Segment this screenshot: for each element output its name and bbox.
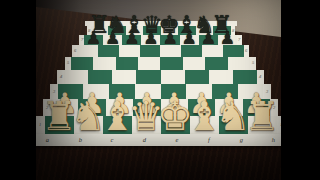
square-a6 (77, 45, 98, 57)
chess-photo-thumbnail: 8♜♞♝♛♚♝♞♜87♟♟♟♟♟♟♟♟7665544332♟♟♟♟♟♟♟♟21♜… (0, 0, 320, 180)
board-rank-row-6: 66 (72, 45, 249, 57)
rank-label-6-left: 6 (74, 49, 76, 54)
square-c2: ♟ (106, 99, 133, 116)
board-rank-row-2: 2♟♟♟♟♟♟♟♟2 (43, 99, 278, 116)
square-b3 (83, 84, 109, 99)
rank-label-1-left: 1 (39, 123, 41, 128)
rank-label-right-pad: 4 (257, 70, 264, 84)
square-f2: ♟ (188, 99, 215, 116)
board-rank-row-1: 1♜♞♝♛♚♝♞♜1 (36, 116, 281, 134)
file-label-cell-c: c (96, 133, 128, 146)
rank-label-3-left: 3 (53, 89, 55, 94)
file-label-cell-b: b (64, 133, 96, 146)
square-d1: ♛ (132, 116, 161, 134)
square-b1: ♞ (74, 116, 103, 134)
letterbox-bar-left (0, 0, 36, 180)
square-c8: ♝ (126, 26, 144, 35)
file-label-f: f (208, 137, 210, 144)
square-h2: ♟ (243, 99, 270, 116)
square-a8: ♜ (91, 26, 109, 35)
square-e8: ♚ (161, 26, 179, 35)
square-a3 (58, 84, 84, 99)
square-a5 (71, 57, 93, 70)
rank-label-right-pad: 5 (250, 57, 256, 70)
square-h6 (223, 45, 244, 57)
square-f6 (181, 45, 202, 57)
file-label-cell-a: a (36, 133, 64, 146)
square-f8: ♝ (178, 26, 196, 35)
file-label-g: g (240, 137, 243, 144)
square-c3 (109, 84, 135, 99)
square-g5 (205, 57, 227, 70)
square-g2: ♟ (215, 99, 242, 116)
square-a2: ♟ (51, 99, 78, 116)
square-e6 (160, 45, 181, 57)
board-rank-row-8: 8♜♞♝♛♚♝♞♜8 (87, 26, 235, 35)
square-c5 (116, 57, 138, 70)
rank-label-8-right: 8 (231, 28, 233, 33)
board-rank-row-5: 55 (65, 57, 257, 70)
letterbox-bar-right (281, 0, 320, 180)
square-g7: ♟ (199, 35, 218, 45)
file-label-cell-d: d (128, 133, 160, 146)
square-b6 (98, 45, 119, 57)
square-a4 (64, 70, 88, 84)
square-h1: ♜ (248, 116, 277, 134)
chess-board: 8♜♞♝♛♚♝♞♜87♟♟♟♟♟♟♟♟7665544332♟♟♟♟♟♟♟♟21♜… (38, 21, 281, 146)
square-f5 (183, 57, 205, 70)
square-b4 (88, 70, 112, 84)
square-d2: ♟ (133, 99, 160, 116)
rank-label-8-left: 8 (87, 28, 89, 33)
rank-label-left-pad: 4 (57, 70, 64, 84)
rank-label-7-right: 7 (238, 38, 240, 43)
square-h5 (228, 57, 250, 70)
rank-label-left-pad: 2 (43, 99, 51, 116)
rank-label-7-left: 7 (80, 38, 82, 43)
file-label-e: e (175, 137, 178, 144)
square-d4 (136, 70, 160, 84)
file-label-b: b (78, 137, 81, 144)
rank-label-6-right: 6 (245, 49, 247, 54)
rank-label-3-right: 3 (266, 89, 268, 94)
rank-label-5-left: 5 (67, 61, 69, 66)
square-f7: ♟ (180, 35, 199, 45)
rank-label-5-right: 5 (252, 61, 254, 66)
board-rank-row-3: 33 (50, 84, 271, 99)
square-d6 (140, 45, 161, 57)
square-h8: ♜ (213, 26, 231, 35)
board-border-bottom: abcdefgh (36, 134, 281, 146)
square-f4 (185, 70, 209, 84)
square-h7: ♟ (218, 35, 237, 45)
file-label-c: c (111, 137, 114, 144)
square-e4 (161, 70, 185, 84)
board-rank-row-4: 44 (57, 70, 263, 84)
file-label-cell-e: e (161, 133, 193, 146)
square-e3 (161, 84, 187, 99)
rank-label-2-right: 2 (273, 105, 275, 110)
square-d8: ♛ (143, 26, 161, 35)
rank-label-4-right: 4 (259, 75, 261, 80)
rank-label-right-pad: 6 (244, 45, 249, 57)
square-g6 (202, 45, 223, 57)
square-e5 (160, 57, 182, 70)
square-c4 (112, 70, 136, 84)
square-h4 (233, 70, 257, 84)
square-a1: ♜ (45, 116, 74, 134)
photo-area: 8♜♞♝♛♚♝♞♜87♟♟♟♟♟♟♟♟7665544332♟♟♟♟♟♟♟♟21♜… (36, 0, 281, 180)
square-g3 (212, 84, 238, 99)
square-e7: ♟ (160, 35, 179, 45)
rank-label-right-pad: 3 (263, 84, 271, 99)
square-c1: ♝ (103, 116, 132, 134)
rank-label-4-left: 4 (60, 75, 62, 80)
rank-label-right-pad: 2 (270, 99, 278, 116)
square-g8: ♞ (196, 26, 214, 35)
board-rank-row-7: 7♟♟♟♟♟♟♟♟7 (79, 35, 242, 45)
square-d3 (135, 84, 161, 99)
rank-label-right-pad: 7 (237, 35, 242, 45)
square-h3 (238, 84, 264, 99)
square-g1: ♞ (219, 116, 248, 134)
file-label-d: d (143, 137, 146, 144)
square-e1: ♚ (161, 116, 190, 134)
rank-label-left-pad: 3 (50, 84, 58, 99)
file-label-cell-h: h (257, 133, 281, 146)
square-f3 (186, 84, 212, 99)
square-d5 (138, 57, 160, 70)
square-c6 (119, 45, 140, 57)
square-c7: ♟ (122, 35, 141, 45)
square-b7: ♟ (103, 35, 122, 45)
rank-label-right-pad: 8 (231, 26, 235, 35)
file-label-cell-f: f (193, 133, 225, 146)
square-g4 (209, 70, 233, 84)
square-b2: ♟ (78, 99, 105, 116)
square-f1: ♝ (190, 116, 219, 134)
square-a7: ♟ (84, 35, 103, 45)
square-e2: ♟ (161, 99, 188, 116)
square-b5 (93, 57, 115, 70)
square-d7: ♟ (141, 35, 160, 45)
file-label-a: a (46, 137, 49, 144)
file-label-cell-g: g (225, 133, 257, 146)
rank-label-2-left: 2 (46, 105, 48, 110)
square-b8: ♞ (108, 26, 126, 35)
rank-label-left-pad: 1 (36, 116, 45, 134)
file-label-h: h (272, 137, 275, 144)
